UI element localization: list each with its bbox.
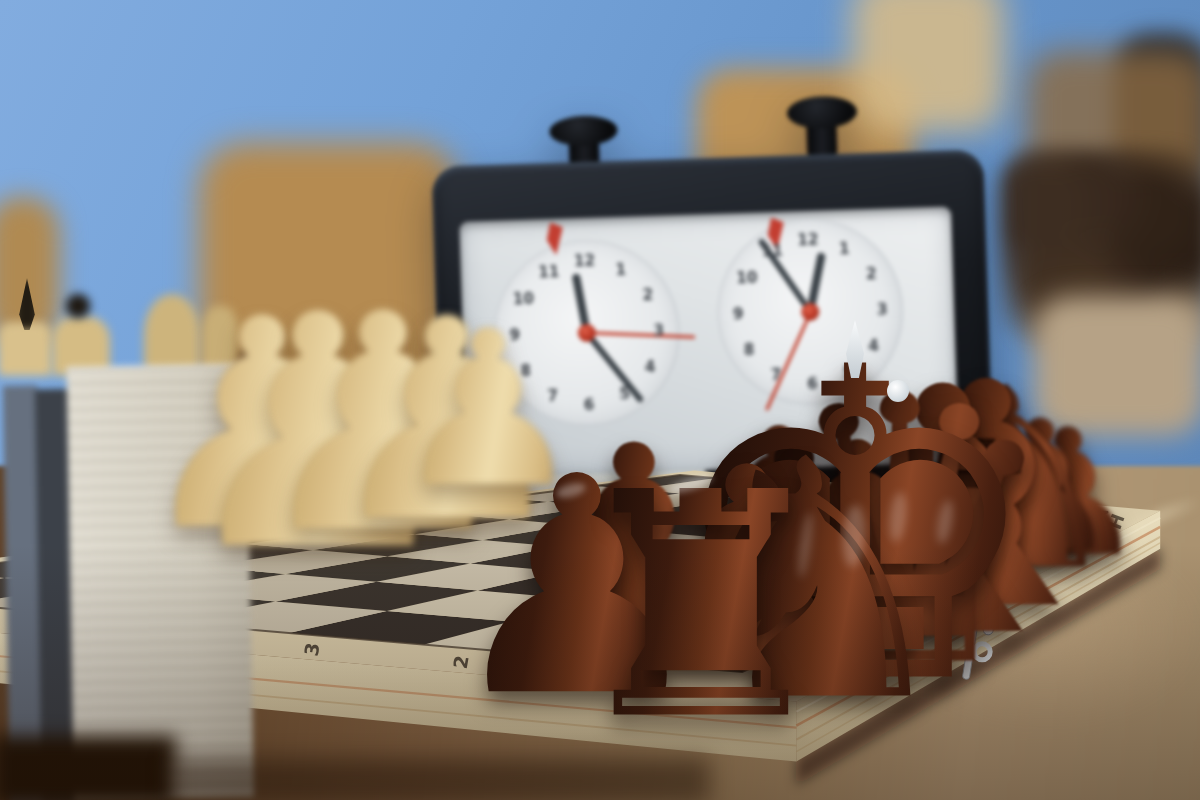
foreground-shadow-left [0,736,176,800]
photo-stage: 121234567891011 121234567891011 ABCDEFGH… [0,0,1200,800]
board-front-shadow [170,758,710,800]
dark-rook: ♜ [562,452,840,762]
dark-queen-white-finial [887,380,909,402]
far-light-queen-finial [66,294,90,318]
far-light-king [0,322,52,376]
